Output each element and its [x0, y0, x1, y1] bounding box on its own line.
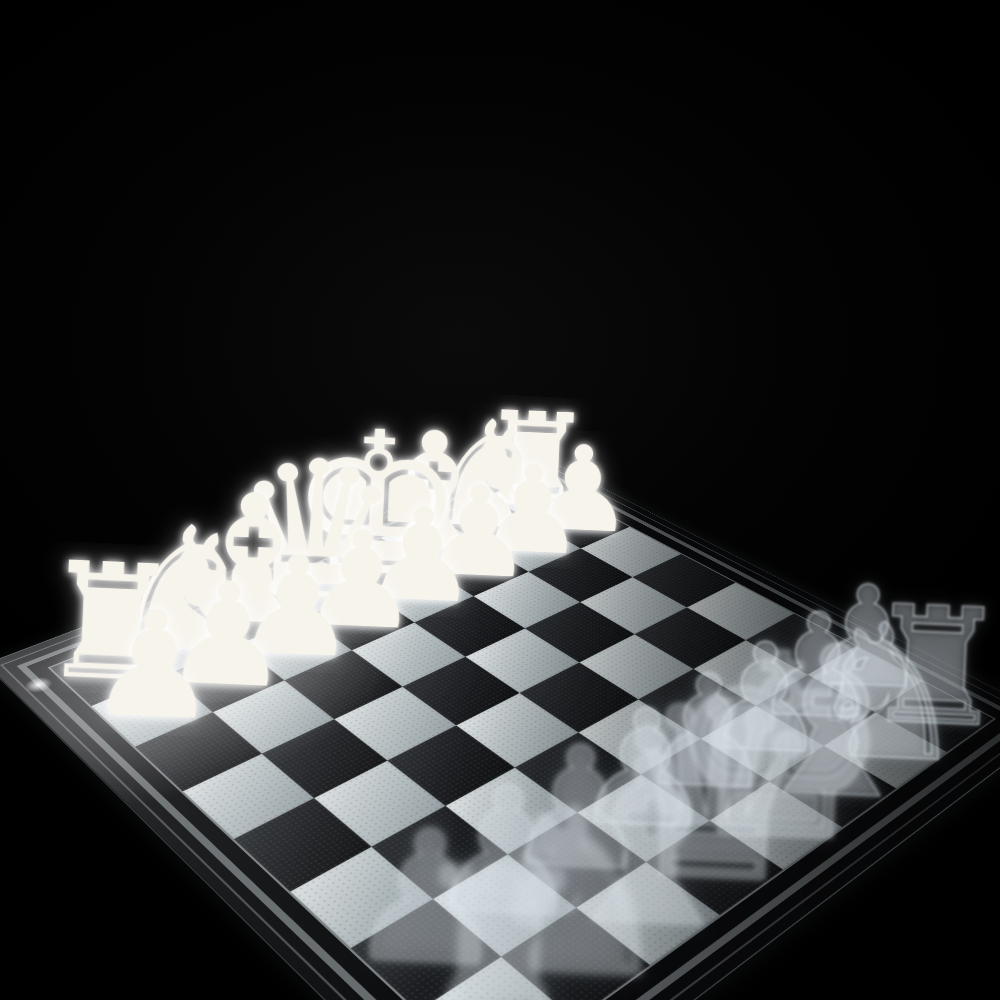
scene: ♜♞♝♛♚♝♞♜♟♟♟♟♟♟♟♟♟♟♟♟♟♟♟♟♜♞♝♛♚♝♞♜: [0, 0, 1000, 1000]
photo-background: ♜♞♝♛♚♝♞♜♟♟♟♟♟♟♟♟♟♟♟♟♟♟♟♟♜♞♝♛♚♝♞♜: [0, 0, 1000, 1000]
black-rook[interactable]: ♜: [282, 836, 716, 1000]
chessboard: ♜♞♝♛♚♝♞♜♟♟♟♟♟♟♟♟♟♟♟♟♟♟♟♟♜♞♝♛♚♝♞♜: [0, 455, 1000, 1000]
square-a3[interactable]: [135, 712, 261, 791]
